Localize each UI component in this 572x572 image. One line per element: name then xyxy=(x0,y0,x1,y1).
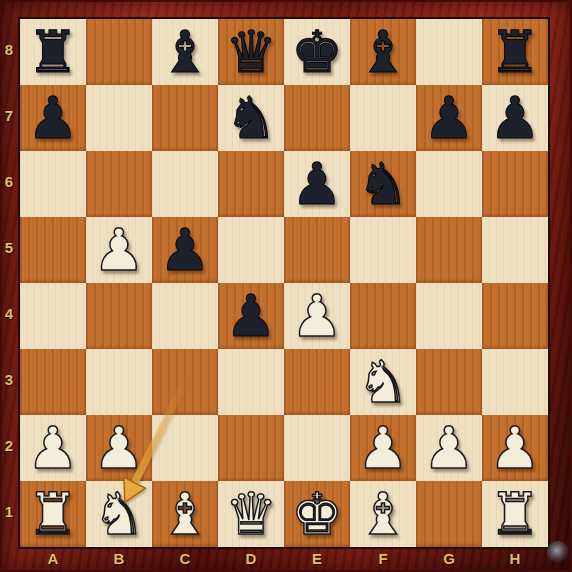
square-h4[interactable] xyxy=(482,283,548,349)
square-a6[interactable] xyxy=(20,151,86,217)
square-g6[interactable] xyxy=(416,151,482,217)
square-g1[interactable] xyxy=(416,481,482,547)
file-label-C: C xyxy=(152,549,218,569)
square-a1[interactable]: ♜ xyxy=(20,481,86,547)
square-e3[interactable] xyxy=(284,349,350,415)
file-label-D: D xyxy=(218,549,284,569)
piece-white-king: ♚ xyxy=(284,481,350,547)
square-b5[interactable]: ♟ xyxy=(86,217,152,283)
watermark-dot xyxy=(547,541,569,563)
square-c5[interactable]: ♟ xyxy=(152,217,218,283)
square-f1[interactable]: ♝ xyxy=(350,481,416,547)
square-g4[interactable] xyxy=(416,283,482,349)
square-g8[interactable] xyxy=(416,19,482,85)
piece-black-rook: ♜ xyxy=(20,19,86,85)
piece-white-pawn: ♟ xyxy=(284,283,350,349)
file-label-H: H xyxy=(482,549,548,569)
square-a4[interactable] xyxy=(20,283,86,349)
square-h1[interactable]: ♜ xyxy=(482,481,548,547)
square-g3[interactable] xyxy=(416,349,482,415)
square-c1[interactable]: ♝ xyxy=(152,481,218,547)
rank-label-3: 3 xyxy=(0,347,18,413)
square-d2[interactable] xyxy=(218,415,284,481)
rank-label-1: 1 xyxy=(0,479,18,545)
piece-black-pawn: ♟ xyxy=(20,85,86,151)
piece-black-king: ♚ xyxy=(284,19,350,85)
piece-black-bishop: ♝ xyxy=(350,19,416,85)
square-g2[interactable]: ♟ xyxy=(416,415,482,481)
piece-black-pawn: ♟ xyxy=(482,85,548,151)
square-e5[interactable] xyxy=(284,217,350,283)
rank-label-6: 6 xyxy=(0,149,18,215)
square-a3[interactable] xyxy=(20,349,86,415)
rank-label-7: 7 xyxy=(0,83,18,149)
square-d1[interactable]: ♛ xyxy=(218,481,284,547)
square-h3[interactable] xyxy=(482,349,548,415)
piece-white-pawn: ♟ xyxy=(416,415,482,481)
piece-white-rook: ♜ xyxy=(20,481,86,547)
rank-label-2: 2 xyxy=(0,413,18,479)
square-d6[interactable] xyxy=(218,151,284,217)
square-h6[interactable] xyxy=(482,151,548,217)
square-f6[interactable]: ♞ xyxy=(350,151,416,217)
square-a2[interactable]: ♟ xyxy=(20,415,86,481)
piece-black-pawn: ♟ xyxy=(416,85,482,151)
square-f8[interactable]: ♝ xyxy=(350,19,416,85)
chess-board: ♜♝♛♚♝♜♟♞♟♟♟♞♟♟♟♟♞♟♟♟♟♟♜♞♝♛♚♝♜ xyxy=(18,17,550,549)
square-d3[interactable] xyxy=(218,349,284,415)
square-e6[interactable]: ♟ xyxy=(284,151,350,217)
square-d8[interactable]: ♛ xyxy=(218,19,284,85)
square-d5[interactable] xyxy=(218,217,284,283)
piece-white-pawn: ♟ xyxy=(86,217,152,283)
square-c2[interactable] xyxy=(152,415,218,481)
square-b8[interactable] xyxy=(86,19,152,85)
piece-black-knight: ♞ xyxy=(218,85,284,151)
piece-black-pawn: ♟ xyxy=(152,217,218,283)
square-b6[interactable] xyxy=(86,151,152,217)
board-grid: ♜♝♛♚♝♜♟♞♟♟♟♞♟♟♟♟♞♟♟♟♟♟♜♞♝♛♚♝♜ xyxy=(20,19,548,547)
square-d7[interactable]: ♞ xyxy=(218,85,284,151)
square-h7[interactable]: ♟ xyxy=(482,85,548,151)
file-label-A: A xyxy=(20,549,86,569)
square-e7[interactable] xyxy=(284,85,350,151)
file-label-G: G xyxy=(416,549,482,569)
square-f3[interactable]: ♞ xyxy=(350,349,416,415)
piece-black-pawn: ♟ xyxy=(218,283,284,349)
rank-label-8: 8 xyxy=(0,17,18,83)
piece-white-rook: ♜ xyxy=(482,481,548,547)
square-e4[interactable]: ♟ xyxy=(284,283,350,349)
piece-black-queen: ♛ xyxy=(218,19,284,85)
square-f7[interactable] xyxy=(350,85,416,151)
square-b4[interactable] xyxy=(86,283,152,349)
file-label-F: F xyxy=(350,549,416,569)
square-c4[interactable] xyxy=(152,283,218,349)
file-label-B: B xyxy=(86,549,152,569)
square-c3[interactable] xyxy=(152,349,218,415)
square-e1[interactable]: ♚ xyxy=(284,481,350,547)
rank-label-5: 5 xyxy=(0,215,18,281)
piece-white-pawn: ♟ xyxy=(86,415,152,481)
file-label-E: E xyxy=(284,549,350,569)
piece-black-pawn: ♟ xyxy=(284,151,350,217)
square-h2[interactable]: ♟ xyxy=(482,415,548,481)
piece-black-knight: ♞ xyxy=(350,151,416,217)
square-b3[interactable] xyxy=(86,349,152,415)
piece-white-bishop: ♝ xyxy=(350,481,416,547)
square-a7[interactable]: ♟ xyxy=(20,85,86,151)
square-f4[interactable] xyxy=(350,283,416,349)
piece-white-pawn: ♟ xyxy=(482,415,548,481)
piece-white-pawn: ♟ xyxy=(20,415,86,481)
piece-white-pawn: ♟ xyxy=(350,415,416,481)
rank-label-4: 4 xyxy=(0,281,18,347)
piece-white-knight: ♞ xyxy=(86,481,152,547)
square-c8[interactable]: ♝ xyxy=(152,19,218,85)
square-d4[interactable]: ♟ xyxy=(218,283,284,349)
square-c7[interactable] xyxy=(152,85,218,151)
piece-black-rook: ♜ xyxy=(482,19,548,85)
piece-white-knight: ♞ xyxy=(350,349,416,415)
square-e8[interactable]: ♚ xyxy=(284,19,350,85)
square-b2[interactable]: ♟ xyxy=(86,415,152,481)
square-g7[interactable]: ♟ xyxy=(416,85,482,151)
square-f2[interactable]: ♟ xyxy=(350,415,416,481)
piece-white-queen: ♛ xyxy=(218,481,284,547)
square-a8[interactable]: ♜ xyxy=(20,19,86,85)
square-a5[interactable] xyxy=(20,217,86,283)
square-e2[interactable] xyxy=(284,415,350,481)
square-c6[interactable] xyxy=(152,151,218,217)
square-b1[interactable]: ♞ xyxy=(86,481,152,547)
piece-white-bishop: ♝ xyxy=(152,481,218,547)
square-g5[interactable] xyxy=(416,217,482,283)
square-b7[interactable] xyxy=(86,85,152,151)
square-h8[interactable]: ♜ xyxy=(482,19,548,85)
piece-black-bishop: ♝ xyxy=(152,19,218,85)
square-f5[interactable] xyxy=(350,217,416,283)
board-frame: ♜♝♛♚♝♜♟♞♟♟♟♞♟♟♟♟♞♟♟♟♟♟♜♞♝♛♚♝♜ 87654321 A… xyxy=(0,0,572,572)
square-h5[interactable] xyxy=(482,217,548,283)
